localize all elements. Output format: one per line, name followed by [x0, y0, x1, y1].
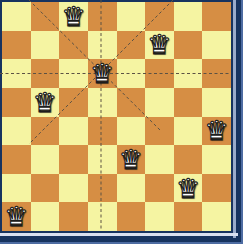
board-square — [174, 59, 203, 88]
board-square: ♛ — [2, 202, 31, 231]
board-square — [88, 117, 117, 146]
board-square — [202, 174, 231, 203]
board-square — [2, 59, 31, 88]
board-square — [117, 59, 146, 88]
board-square — [145, 2, 174, 31]
board-square — [117, 88, 146, 117]
board-square — [117, 174, 146, 203]
white-queen-piece: ♛ — [147, 31, 171, 58]
board-square — [31, 202, 60, 231]
board-square — [31, 2, 60, 31]
board-square: ♛ — [31, 88, 60, 117]
board-square — [59, 145, 88, 174]
board-square — [174, 145, 203, 174]
board-square — [31, 31, 60, 60]
board-square — [202, 59, 231, 88]
board-square — [145, 59, 174, 88]
board-square — [145, 88, 174, 117]
picture-frame: ♛♛♛♛♛♛♛♛ — [0, 0, 243, 244]
board-square: ♛ — [117, 145, 146, 174]
board-square — [174, 88, 203, 117]
frame-outer-edge-right — [241, 0, 243, 244]
board-square: ♛ — [88, 59, 117, 88]
board-square — [88, 31, 117, 60]
board-square: ♛ — [174, 174, 203, 203]
board-square — [88, 174, 117, 203]
board-square — [145, 174, 174, 203]
board-square — [59, 117, 88, 146]
board-square — [59, 88, 88, 117]
white-queen-piece: ♛ — [61, 3, 85, 30]
board-square — [31, 59, 60, 88]
board-square — [202, 202, 231, 231]
board-square — [31, 174, 60, 203]
board-square — [88, 202, 117, 231]
board-square — [31, 145, 60, 174]
board-square — [202, 2, 231, 31]
board-square — [174, 2, 203, 31]
board-square — [2, 117, 31, 146]
white-queen-piece: ♛ — [176, 175, 200, 202]
board-square — [117, 2, 146, 31]
white-queen-piece: ♛ — [4, 203, 28, 230]
white-queen-piece: ♛ — [119, 146, 143, 173]
board-square — [2, 145, 31, 174]
board-square — [88, 145, 117, 174]
board-square: ♛ — [145, 31, 174, 60]
board-square — [31, 117, 60, 146]
board-square — [117, 202, 146, 231]
chess-board: ♛♛♛♛♛♛♛♛ — [2, 2, 231, 231]
board-square — [59, 59, 88, 88]
white-queen-piece: ♛ — [90, 60, 114, 87]
board-square — [174, 202, 203, 231]
white-queen-piece: ♛ — [205, 117, 229, 144]
board-square — [59, 202, 88, 231]
board-square: ♛ — [59, 2, 88, 31]
board-square — [202, 145, 231, 174]
board-square — [59, 31, 88, 60]
board-square: ♛ — [202, 117, 231, 146]
board-square — [174, 31, 203, 60]
board-square — [145, 145, 174, 174]
board-square — [2, 88, 31, 117]
board-square — [145, 117, 174, 146]
board-square — [2, 174, 31, 203]
frame-light-strip-bottom — [0, 233, 238, 236]
board-square — [202, 88, 231, 117]
board-square — [88, 88, 117, 117]
board-square — [174, 117, 203, 146]
board-square — [145, 202, 174, 231]
white-queen-piece: ♛ — [33, 89, 57, 116]
board-square — [117, 31, 146, 60]
board-square — [202, 31, 231, 60]
board-square — [59, 174, 88, 203]
board-square — [117, 117, 146, 146]
board-square — [2, 2, 31, 31]
frame-light-strip-right — [233, 0, 236, 238]
board-square — [88, 2, 117, 31]
board-square — [2, 31, 31, 60]
